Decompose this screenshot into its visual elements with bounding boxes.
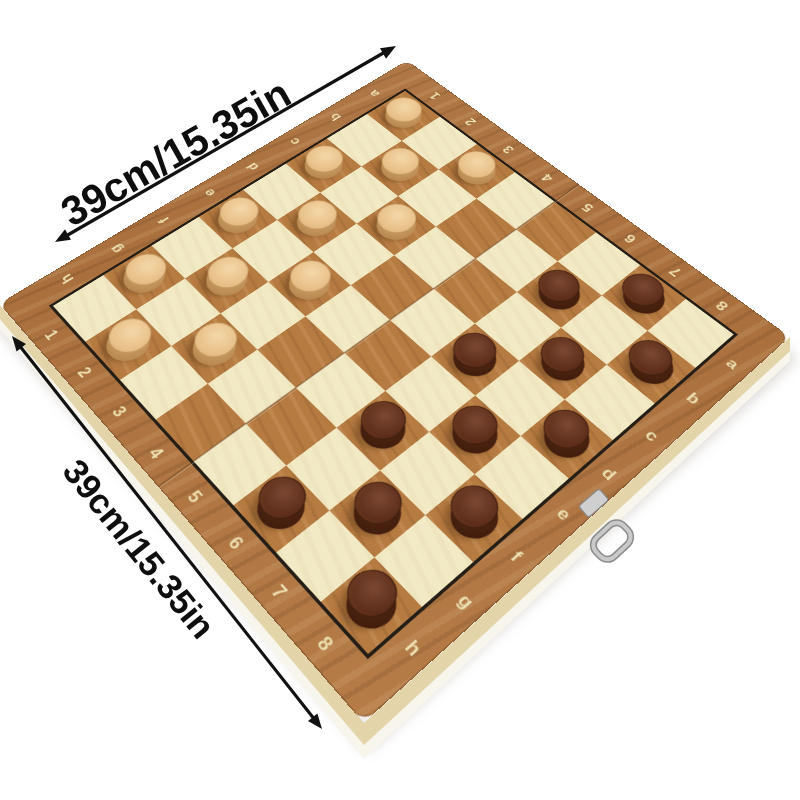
product-photo-canvas: 12345678 abcdefgh abcdefgh 12345678 39cm… <box>0 0 800 800</box>
dimension-arrow-left <box>12 336 322 729</box>
annotations <box>0 0 800 800</box>
clasp-latch-icon[interactable] <box>579 489 635 564</box>
